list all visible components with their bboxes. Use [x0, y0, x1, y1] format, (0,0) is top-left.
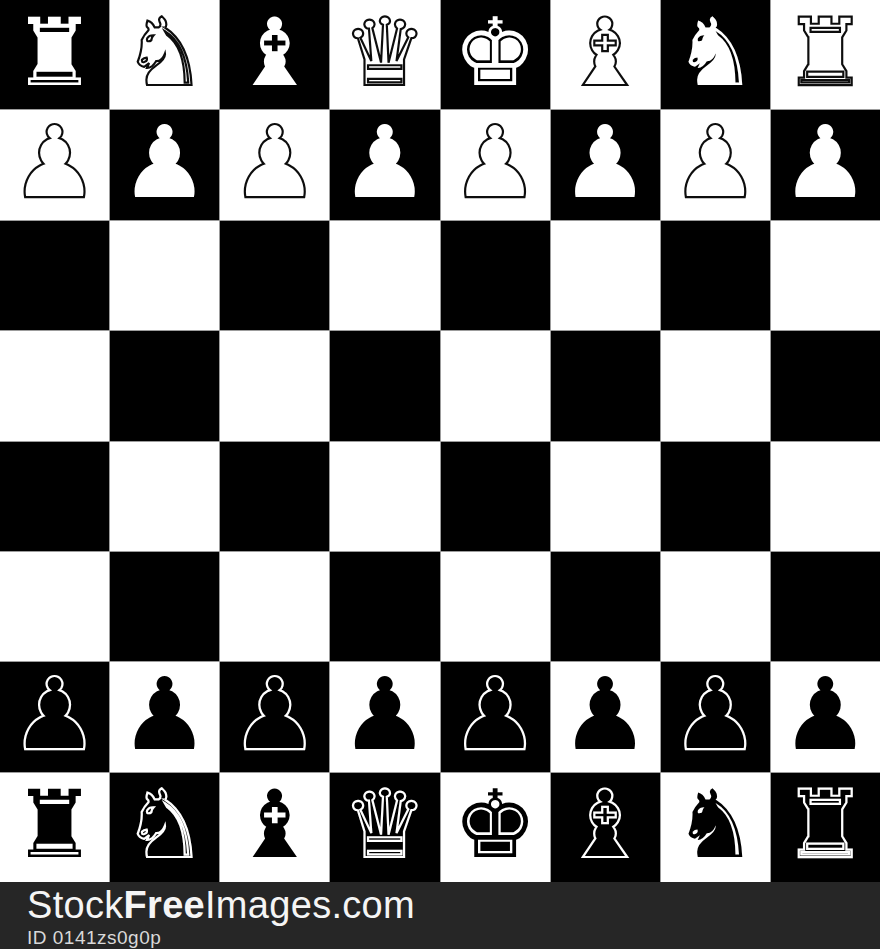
square-g7: ♟ — [661, 110, 770, 219]
black-pawn: ♟ — [781, 665, 871, 765]
white-pawn: ♟ — [120, 113, 210, 213]
square-h7: ♟ — [771, 110, 880, 219]
square-c1: ♝ — [220, 773, 329, 882]
black-pawn: ♟ — [560, 665, 650, 765]
square-e8: ♚ — [441, 0, 550, 109]
square-c8: ♝ — [220, 0, 329, 109]
square-h1: ♜ — [771, 773, 880, 882]
white-pawn: ♟ — [781, 113, 871, 213]
white-pawn: ♟ — [230, 113, 320, 213]
square-e2: ♟ — [441, 662, 550, 771]
logo-free: Free — [124, 884, 205, 926]
square-a3 — [0, 552, 109, 661]
square-e5 — [441, 331, 550, 440]
logo-stock: Stock — [27, 884, 124, 926]
white-knight: ♞ — [673, 6, 757, 100]
square-d3 — [330, 552, 439, 661]
square-c5 — [220, 331, 329, 440]
white-rook: ♜ — [12, 6, 96, 100]
black-pawn: ♟ — [10, 665, 100, 765]
chess-board: ♜♞♝♛♚♝♞♜♟♟♟♟♟♟♟♟♟♟♟♟♟♟♟♟♜♞♝♛♚♝♞♜ — [0, 0, 880, 882]
square-c2: ♟ — [220, 662, 329, 771]
square-b8: ♞ — [110, 0, 219, 109]
white-pawn: ♟ — [10, 113, 100, 213]
white-bishop: ♝ — [233, 6, 317, 100]
square-f8: ♝ — [551, 0, 660, 109]
square-e7: ♟ — [441, 110, 550, 219]
square-e1: ♚ — [441, 773, 550, 882]
white-queen: ♛ — [343, 6, 427, 100]
black-pawn: ♟ — [230, 665, 320, 765]
black-rook: ♜ — [12, 778, 96, 872]
square-d7: ♟ — [330, 110, 439, 219]
square-a1: ♜ — [0, 773, 109, 882]
white-pawn: ♟ — [340, 113, 430, 213]
square-a8: ♜ — [0, 0, 109, 109]
white-knight: ♞ — [123, 6, 207, 100]
square-h6 — [771, 221, 880, 330]
watermark-bar: StockFreeImages.com ID 0141zs0g0p — [0, 882, 880, 949]
square-c7: ♟ — [220, 110, 329, 219]
black-pawn: ♟ — [450, 665, 540, 765]
square-f4 — [551, 442, 660, 551]
black-pawn: ♟ — [670, 665, 760, 765]
square-h3 — [771, 552, 880, 661]
square-b5 — [110, 331, 219, 440]
square-g5 — [661, 331, 770, 440]
square-c3 — [220, 552, 329, 661]
square-g2: ♟ — [661, 662, 770, 771]
square-d6 — [330, 221, 439, 330]
square-b7: ♟ — [110, 110, 219, 219]
black-pawn: ♟ — [120, 665, 210, 765]
square-e4 — [441, 442, 550, 551]
square-e3 — [441, 552, 550, 661]
square-h2: ♟ — [771, 662, 880, 771]
square-b1: ♞ — [110, 773, 219, 882]
square-g4 — [661, 442, 770, 551]
square-d4 — [330, 442, 439, 551]
square-a6 — [0, 221, 109, 330]
white-bishop: ♝ — [563, 6, 647, 100]
black-knight: ♞ — [123, 778, 207, 872]
square-a5 — [0, 331, 109, 440]
square-f1: ♝ — [551, 773, 660, 882]
image-id-text: ID 0141zs0g0p — [27, 927, 880, 949]
white-pawn: ♟ — [560, 113, 650, 213]
square-b2: ♟ — [110, 662, 219, 771]
square-g3 — [661, 552, 770, 661]
white-king: ♚ — [453, 6, 537, 100]
square-d2: ♟ — [330, 662, 439, 771]
black-bishop: ♝ — [563, 778, 647, 872]
square-h4 — [771, 442, 880, 551]
square-c4 — [220, 442, 329, 551]
square-d1: ♛ — [330, 773, 439, 882]
square-a7: ♟ — [0, 110, 109, 219]
square-f5 — [551, 331, 660, 440]
black-rook: ♜ — [783, 778, 867, 872]
square-g1: ♞ — [661, 773, 770, 882]
square-d8: ♛ — [330, 0, 439, 109]
square-a4 — [0, 442, 109, 551]
square-b6 — [110, 221, 219, 330]
logo-images: Images.com — [205, 884, 415, 926]
black-knight: ♞ — [673, 778, 757, 872]
black-king: ♚ — [453, 778, 537, 872]
square-g8: ♞ — [661, 0, 770, 109]
square-b3 — [110, 552, 219, 661]
white-pawn: ♟ — [670, 113, 760, 213]
black-bishop: ♝ — [233, 778, 317, 872]
square-c6 — [220, 221, 329, 330]
square-f2: ♟ — [551, 662, 660, 771]
square-b4 — [110, 442, 219, 551]
square-f6 — [551, 221, 660, 330]
square-a2: ♟ — [0, 662, 109, 771]
stock-image-frame: ♜♞♝♛♚♝♞♜♟♟♟♟♟♟♟♟♟♟♟♟♟♟♟♟♜♞♝♛♚♝♞♜ StockFr… — [0, 0, 880, 949]
white-rook: ♜ — [783, 6, 867, 100]
square-f7: ♟ — [551, 110, 660, 219]
square-g6 — [661, 221, 770, 330]
square-d5 — [330, 331, 439, 440]
square-h5 — [771, 331, 880, 440]
square-h8: ♜ — [771, 0, 880, 109]
white-pawn: ♟ — [450, 113, 540, 213]
square-f3 — [551, 552, 660, 661]
square-e6 — [441, 221, 550, 330]
black-pawn: ♟ — [340, 665, 430, 765]
black-queen: ♛ — [343, 778, 427, 872]
stockfreeimages-logo: StockFreeImages.com — [27, 886, 880, 926]
